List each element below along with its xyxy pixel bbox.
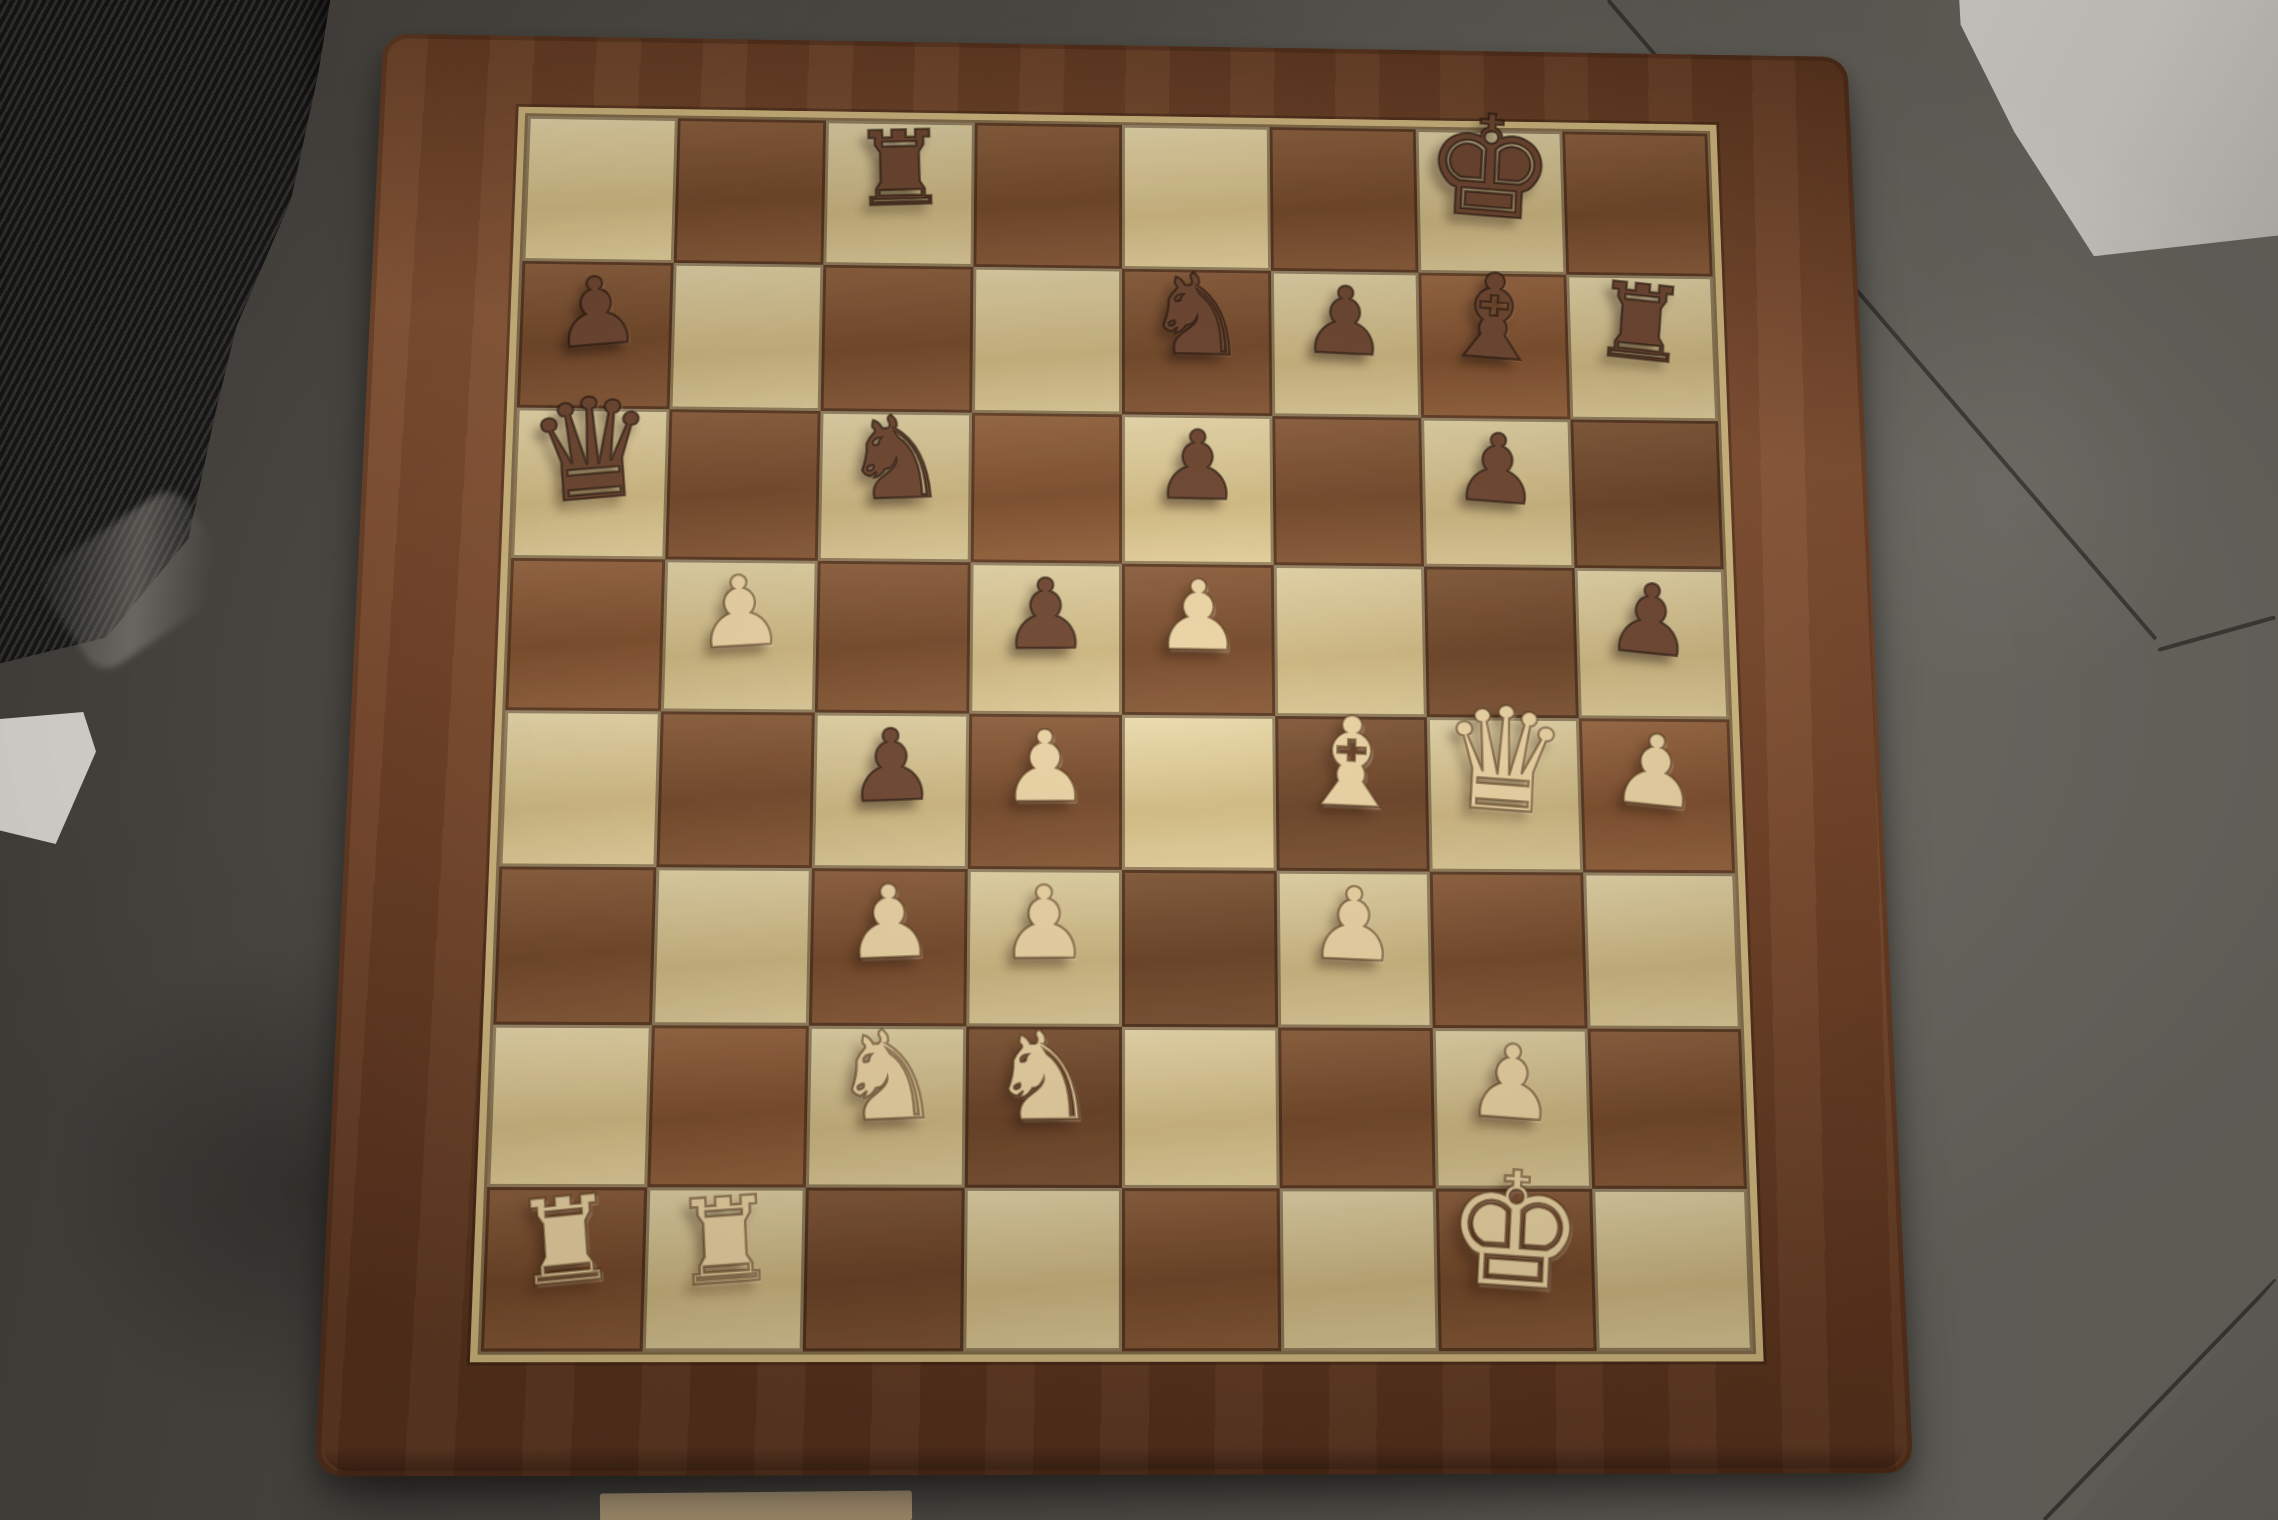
square-a3[interactable] bbox=[493, 866, 656, 1025]
square-a2[interactable] bbox=[487, 1025, 651, 1187]
square-b8[interactable] bbox=[673, 118, 826, 264]
square-a5[interactable] bbox=[505, 557, 664, 711]
square-e3[interactable] bbox=[1122, 869, 1278, 1027]
square-g3[interactable] bbox=[1430, 871, 1587, 1028]
square-c1[interactable] bbox=[803, 1187, 965, 1351]
white-pawn-c3[interactable]: ♟ bbox=[842, 871, 936, 975]
chessboard-frame: ♜♚♟♞♟♝♜♛♞♟♟♟♟♟♟♟♟♝♛♟♟♟♟♞♞♟♜♜♚ bbox=[315, 34, 1914, 1477]
black-rook-c8[interactable]: ♜ bbox=[850, 116, 950, 221]
white-bishop-f4[interactable]: ♝ bbox=[1293, 699, 1409, 828]
white-pawn-b5[interactable]: ♟ bbox=[693, 561, 787, 663]
square-a8[interactable] bbox=[522, 116, 677, 262]
square-d7[interactable] bbox=[972, 266, 1122, 414]
square-h2[interactable] bbox=[1587, 1029, 1747, 1189]
square-b7[interactable] bbox=[669, 262, 823, 411]
black-queen-a6[interactable]: ♛ bbox=[522, 375, 661, 524]
square-f8[interactable] bbox=[1269, 127, 1418, 272]
square-b6[interactable] bbox=[665, 409, 821, 560]
square-e4[interactable] bbox=[1122, 715, 1276, 870]
square-f6[interactable] bbox=[1272, 416, 1424, 566]
square-d1[interactable] bbox=[963, 1187, 1122, 1351]
white-pawn-d4[interactable]: ♟ bbox=[1000, 718, 1091, 817]
white-pawn-g2[interactable]: ♟ bbox=[1464, 1029, 1559, 1137]
board-grid[interactable]: ♜♚♟♞♟♝♜♛♞♟♟♟♟♟♟♟♟♝♛♟♟♟♟♞♞♟♜♜♚ bbox=[481, 116, 1753, 1352]
black-pawn-f7[interactable]: ♟ bbox=[1300, 273, 1389, 370]
square-e2[interactable] bbox=[1122, 1027, 1279, 1188]
white-queen-g4[interactable]: ♛ bbox=[1435, 684, 1571, 836]
white-pawn-h4[interactable]: ♟ bbox=[1608, 719, 1703, 825]
black-knight-e7[interactable]: ♞ bbox=[1144, 258, 1249, 372]
white-pawn-f3[interactable]: ♟ bbox=[1307, 873, 1400, 977]
black-king-g8[interactable]: ♚ bbox=[1420, 93, 1559, 243]
white-pawn-e5[interactable]: ♟ bbox=[1153, 567, 1243, 665]
square-b2[interactable] bbox=[647, 1025, 809, 1187]
square-e8[interactable] bbox=[1122, 125, 1270, 270]
black-pawn-g6[interactable]: ♟ bbox=[1451, 419, 1543, 520]
square-a4[interactable] bbox=[499, 710, 660, 867]
square-d6[interactable] bbox=[970, 413, 1122, 564]
square-b4[interactable] bbox=[656, 711, 815, 867]
white-floor-tile bbox=[1895, 0, 2278, 263]
white-pawn-d3[interactable]: ♟ bbox=[999, 873, 1091, 974]
white-rook-b1[interactable]: ♜ bbox=[670, 1179, 780, 1303]
black-pawn-h5[interactable]: ♟ bbox=[1604, 568, 1698, 673]
black-pawn-e6[interactable]: ♟ bbox=[1153, 418, 1242, 515]
square-h1[interactable] bbox=[1592, 1188, 1753, 1351]
square-h6[interactable] bbox=[1570, 419, 1724, 568]
black-pawn-d5[interactable]: ♟ bbox=[1001, 566, 1091, 663]
floor-grout-line bbox=[2157, 615, 2276, 652]
white-knight-c2[interactable]: ♞ bbox=[830, 1013, 944, 1140]
black-rook-h7[interactable]: ♜ bbox=[1589, 266, 1692, 379]
table-edge bbox=[600, 1490, 912, 1520]
black-pawn-a7[interactable]: ♟ bbox=[549, 262, 644, 362]
square-h8[interactable] bbox=[1562, 131, 1713, 276]
square-c5[interactable] bbox=[815, 560, 970, 713]
square-f1[interactable] bbox=[1279, 1188, 1439, 1351]
square-b3[interactable] bbox=[651, 867, 811, 1026]
black-bishop-g7[interactable]: ♝ bbox=[1436, 255, 1550, 380]
square-f2[interactable] bbox=[1278, 1027, 1436, 1188]
black-pawn-c4[interactable]: ♟ bbox=[845, 716, 938, 818]
square-h3[interactable] bbox=[1583, 872, 1741, 1029]
white-king-g1[interactable]: ♚ bbox=[1440, 1147, 1588, 1316]
square-e1[interactable] bbox=[1122, 1188, 1281, 1352]
white-rook-a1[interactable]: ♜ bbox=[509, 1177, 621, 1304]
square-d8[interactable] bbox=[973, 123, 1122, 269]
white-knight-d2[interactable]: ♞ bbox=[988, 1015, 1099, 1139]
square-c7[interactable] bbox=[821, 264, 973, 412]
black-knight-c6[interactable]: ♞ bbox=[841, 400, 950, 517]
paper-scrap bbox=[0, 712, 96, 844]
